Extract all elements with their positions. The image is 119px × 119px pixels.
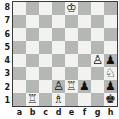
square-f8[interactable] [78,2,91,15]
square-f5[interactable] [78,41,91,54]
black-pawn-f2: ♟ [78,80,91,93]
square-g7[interactable] [91,15,104,28]
square-b1[interactable]: ♖ [26,93,39,106]
square-g3[interactable] [91,67,104,80]
square-g2[interactable] [91,80,104,93]
square-b4[interactable] [26,54,39,67]
square-h6[interactable] [104,28,117,41]
rank-label-7: 7 [0,14,12,27]
square-a8[interactable] [13,2,26,15]
square-c4[interactable] [39,54,52,67]
file-label-a: a [13,107,26,119]
square-c3[interactable] [39,67,52,80]
file-label-d: d [52,107,65,119]
file-label-e: e [65,107,78,119]
square-a7[interactable] [13,15,26,28]
square-g6[interactable] [91,28,104,41]
rank-label-5: 5 [0,41,12,54]
square-g8[interactable] [91,2,104,15]
square-d1[interactable]: ♗ [52,93,65,106]
square-b6[interactable] [26,28,39,41]
white-rook-e2: ♖ [65,80,78,93]
square-c5[interactable] [39,41,52,54]
square-c1[interactable] [39,93,52,106]
rank-labels: 87654321 [0,1,12,107]
square-a2[interactable] [13,80,26,93]
square-h1[interactable]: ♚ [104,93,117,106]
file-label-c: c [39,107,52,119]
rank-label-2: 2 [0,81,12,94]
square-b5[interactable] [26,41,39,54]
black-king-h1: ♚ [104,93,117,106]
square-d8[interactable] [52,2,65,15]
square-c6[interactable] [39,28,52,41]
square-c2[interactable] [39,80,52,93]
rank-label-8: 8 [0,1,12,14]
square-h7[interactable] [104,15,117,28]
square-a5[interactable] [13,41,26,54]
white-pawn-g4: ♙ [91,54,104,67]
square-f4[interactable] [78,54,91,67]
square-b3[interactable] [26,67,39,80]
square-d7[interactable] [52,15,65,28]
white-rook-b1: ♖ [26,93,39,106]
chess-board: ♔♙♟♘♙♖♟♟♖♗♚ [12,1,118,107]
square-a6[interactable] [13,28,26,41]
rank-label-3: 3 [0,67,12,80]
square-e4[interactable] [65,54,78,67]
square-e7[interactable] [65,15,78,28]
square-e2[interactable]: ♖ [65,80,78,93]
square-f1[interactable] [78,93,91,106]
file-label-g: g [91,107,104,119]
white-bishop-d1: ♗ [52,93,65,106]
square-a3[interactable] [13,67,26,80]
file-labels: abcdefgh [13,107,118,119]
white-king-e8: ♔ [65,2,78,15]
square-f7[interactable] [78,15,91,28]
rank-label-4: 4 [0,54,12,67]
square-e1[interactable] [65,93,78,106]
chess-diagram: 87654321 ♔♙♟♘♙♖♟♟♖♗♚ abcdefgh [0,0,119,119]
square-h8[interactable] [104,2,117,15]
square-a1[interactable] [13,93,26,106]
file-label-h: h [104,107,117,119]
square-d5[interactable] [52,41,65,54]
rank-label-6: 6 [0,28,12,41]
square-e8[interactable]: ♔ [65,2,78,15]
square-f6[interactable] [78,28,91,41]
rank-label-1: 1 [0,94,12,107]
square-c7[interactable] [39,15,52,28]
square-c8[interactable] [39,2,52,15]
square-a4[interactable] [13,54,26,67]
diagram-layout: 87654321 ♔♙♟♘♙♖♟♟♖♗♚ abcdefgh [0,0,119,119]
square-d6[interactable] [52,28,65,41]
square-e5[interactable] [65,41,78,54]
square-b7[interactable] [26,15,39,28]
square-g4[interactable]: ♙ [91,54,104,67]
square-f2[interactable]: ♟ [78,80,91,93]
square-g1[interactable] [91,93,104,106]
square-b8[interactable] [26,2,39,15]
square-d4[interactable] [52,54,65,67]
square-e6[interactable] [65,28,78,41]
file-label-b: b [26,107,39,119]
file-label-f: f [78,107,91,119]
